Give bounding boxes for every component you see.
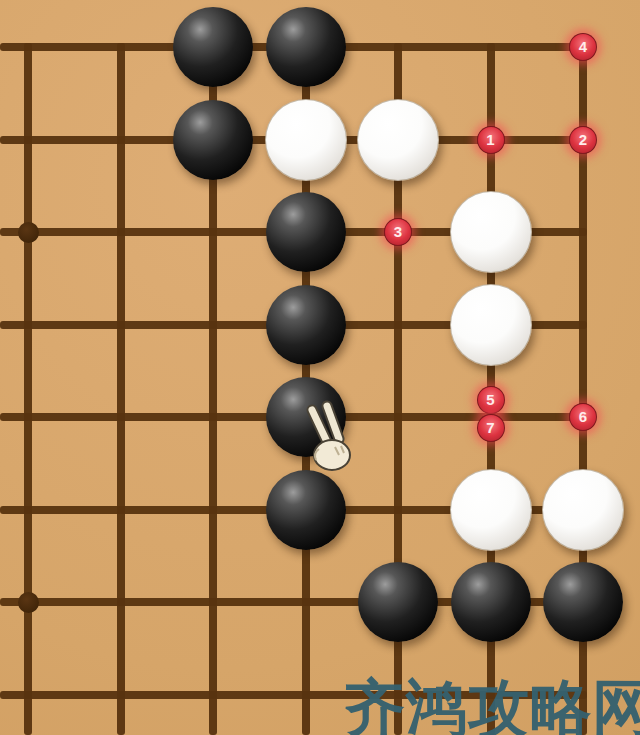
white-stone bbox=[450, 191, 532, 273]
move-marker-2: 2 bbox=[569, 126, 597, 154]
black-stone bbox=[173, 7, 253, 87]
black-stone bbox=[266, 285, 346, 365]
star-point bbox=[18, 592, 39, 613]
go-app-screen: 4123567 齐鸿攻略网 bbox=[0, 0, 640, 735]
black-stone bbox=[173, 100, 253, 180]
move-marker-6: 6 bbox=[569, 403, 597, 431]
white-stone bbox=[265, 99, 347, 181]
move-marker-3: 3 bbox=[384, 218, 412, 246]
black-stone bbox=[451, 562, 531, 642]
white-stone bbox=[450, 469, 532, 551]
move-marker-7: 7 bbox=[477, 414, 505, 442]
go-board[interactable]: 4123567 bbox=[0, 1, 629, 735]
white-stone bbox=[357, 99, 439, 181]
black-stone bbox=[266, 470, 346, 550]
black-stone bbox=[543, 562, 623, 642]
move-marker-1: 1 bbox=[477, 126, 505, 154]
black-stone bbox=[358, 562, 438, 642]
move-marker-4: 4 bbox=[569, 33, 597, 61]
black-stone bbox=[266, 7, 346, 87]
white-stone bbox=[450, 284, 532, 366]
black-stone bbox=[266, 192, 346, 272]
move-marker-5: 5 bbox=[477, 386, 505, 414]
two-finger-tap-cursor-icon bbox=[291, 399, 357, 473]
star-point bbox=[18, 222, 39, 243]
site-watermark: 齐鸿攻略网 bbox=[344, 668, 640, 735]
white-stone bbox=[542, 469, 624, 551]
